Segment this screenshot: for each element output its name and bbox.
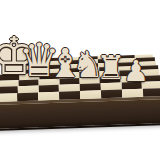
pieces-layer: ♚♛♝♞♜♟	[0, 0, 160, 160]
piece-rook: ♜	[96, 51, 126, 84]
chess-set-photo: ♚♛♝♞♜♟	[0, 0, 160, 160]
piece-pawn: ♟	[123, 57, 149, 86]
